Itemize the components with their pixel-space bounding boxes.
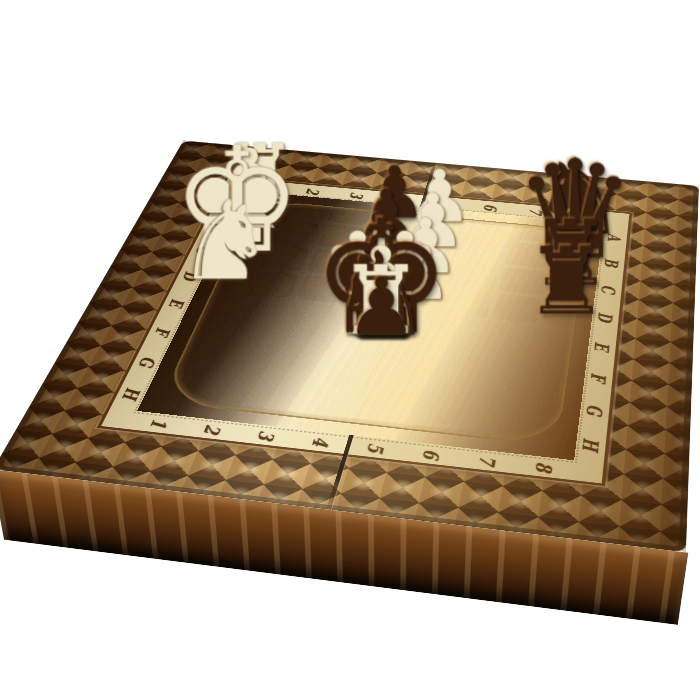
rank-label-8: 8 <box>568 203 595 229</box>
chessboard-scene: 12345678 12345678 ABCDEFGH ABCDEFGH ♜♟♟♜… <box>0 0 700 700</box>
carved-chess-box: 12345678 12345678 ABCDEFGH ABCDEFGH ♜♟♟♜… <box>0 141 699 553</box>
rook-glyph: ♜ <box>525 235 608 328</box>
photo-background: 12345678 12345678 ABCDEFGH ABCDEFGH ♜♟♟♜… <box>0 0 700 700</box>
rank-label-7: 7 <box>522 199 550 225</box>
